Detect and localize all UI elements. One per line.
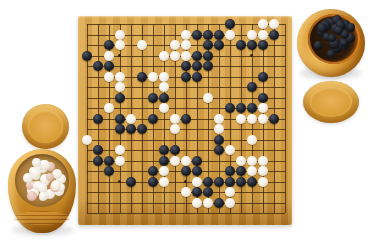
black-stone	[159, 145, 169, 155]
black-stone	[214, 135, 224, 145]
white-stone	[104, 103, 114, 113]
black-stone	[93, 145, 103, 155]
white-stone	[159, 72, 169, 82]
white-stone	[148, 72, 158, 82]
black-stone	[159, 93, 169, 103]
white-stone	[181, 40, 191, 50]
black-stone	[192, 156, 202, 166]
white-stone	[115, 82, 125, 92]
black-bowl-stone	[327, 50, 335, 58]
white-stone	[82, 135, 92, 145]
go-scene	[0, 0, 370, 240]
black-stone	[192, 61, 202, 71]
black-stone	[181, 72, 191, 82]
black-stone	[126, 177, 136, 187]
black-stone	[192, 187, 202, 197]
black-bowl-opening	[308, 14, 360, 64]
white-stone	[137, 40, 147, 50]
black-stone	[236, 40, 246, 50]
star-point	[184, 180, 187, 183]
white-stone	[225, 198, 235, 208]
black-stone	[137, 72, 147, 82]
white-bowl-stone	[51, 180, 61, 190]
white-stone	[115, 72, 125, 82]
white-stone	[236, 156, 246, 166]
white-stone	[181, 187, 191, 197]
black-stone	[192, 51, 202, 61]
black-stone	[214, 198, 224, 208]
black-stone	[115, 114, 125, 124]
white-stone	[225, 30, 235, 40]
black-stone	[214, 145, 224, 155]
white-stone	[214, 124, 224, 134]
white-stone	[247, 166, 257, 176]
black-bowl-stone	[317, 23, 327, 33]
black-stone	[137, 124, 147, 134]
black-stone	[93, 156, 103, 166]
black-stone	[269, 30, 279, 40]
white-stone	[181, 30, 191, 40]
white-stone	[159, 82, 169, 92]
white-stone	[236, 114, 246, 124]
black-stone	[258, 72, 268, 82]
black-stone	[203, 30, 213, 40]
black-stone	[258, 93, 268, 103]
black-stone	[148, 93, 158, 103]
black-bowl-lid	[303, 81, 359, 123]
black-stone	[203, 187, 213, 197]
black-stone	[247, 177, 257, 187]
black-stone	[148, 177, 158, 187]
white-bowl-stone	[30, 168, 40, 178]
black-stone	[192, 166, 202, 176]
white-bowl-lid	[22, 104, 69, 149]
white-stone	[115, 156, 125, 166]
black-stone	[104, 166, 114, 176]
white-stone	[170, 156, 180, 166]
black-stone	[225, 103, 235, 113]
white-stone	[115, 145, 125, 155]
white-stone	[203, 93, 213, 103]
star-point	[250, 54, 253, 57]
black-stone	[104, 156, 114, 166]
black-stone	[126, 124, 136, 134]
black-stone	[225, 166, 235, 176]
white-stone	[258, 156, 268, 166]
black-stone	[247, 82, 257, 92]
black-bowl-stone	[314, 41, 322, 49]
black-stone	[203, 61, 213, 71]
white-stone	[258, 19, 268, 29]
white-bowl-opening	[15, 154, 69, 207]
black-bowl-stone	[347, 23, 356, 32]
black-bowl-stone	[340, 39, 348, 47]
black-stone	[203, 177, 213, 187]
white-stone	[126, 114, 136, 124]
white-stone	[170, 124, 180, 134]
white-stone	[258, 30, 268, 40]
white-stone	[159, 166, 169, 176]
white-stone-bowl	[8, 149, 76, 233]
white-stone	[247, 114, 257, 124]
black-stone	[214, 40, 224, 50]
black-stone	[148, 114, 158, 124]
black-stone	[236, 103, 246, 113]
white-stone	[115, 30, 125, 40]
white-stone	[269, 19, 279, 29]
white-stone	[258, 177, 268, 187]
black-stone	[203, 51, 213, 61]
black-stone	[148, 166, 158, 176]
black-stone	[214, 177, 224, 187]
star-point	[118, 54, 121, 57]
white-stone	[214, 114, 224, 124]
black-stone	[247, 103, 257, 113]
white-stone	[225, 145, 235, 155]
black-stone	[181, 166, 191, 176]
white-stone	[104, 72, 114, 82]
white-stone	[159, 51, 169, 61]
black-stone	[93, 114, 103, 124]
black-stone	[236, 177, 246, 187]
black-bowl-lid-inner	[310, 87, 353, 117]
white-bowl-grooves	[14, 211, 70, 225]
star-point	[118, 180, 121, 183]
black-stone	[82, 51, 92, 61]
black-stone	[203, 40, 213, 50]
black-stone	[170, 145, 180, 155]
black-stone	[269, 114, 279, 124]
white-stone	[170, 51, 180, 61]
white-stone	[247, 135, 257, 145]
white-stone	[258, 103, 268, 113]
black-stone	[247, 40, 257, 50]
black-stone	[159, 156, 169, 166]
black-stone-bowl	[297, 9, 365, 77]
white-stone	[104, 51, 114, 61]
white-stone	[159, 177, 169, 187]
black-stone	[192, 30, 202, 40]
black-stone	[225, 19, 235, 29]
black-stone	[225, 177, 235, 187]
black-stone	[115, 124, 125, 134]
black-stone	[181, 61, 191, 71]
black-stone	[181, 114, 191, 124]
white-stone	[192, 198, 202, 208]
white-stone	[225, 187, 235, 197]
white-stone	[115, 40, 125, 50]
white-stone	[258, 114, 268, 124]
black-stone	[214, 30, 224, 40]
white-stone	[247, 156, 257, 166]
black-stone	[192, 72, 202, 82]
white-stone	[159, 103, 169, 113]
white-stone	[203, 198, 213, 208]
black-stone	[104, 40, 114, 50]
white-stone	[170, 40, 180, 50]
black-stone	[93, 61, 103, 71]
white-stone	[258, 166, 268, 176]
white-stone	[192, 177, 202, 187]
white-stone	[247, 30, 257, 40]
white-bowl-lid-inner	[28, 110, 64, 142]
white-bowl-stone	[27, 191, 37, 201]
black-stone	[104, 61, 114, 71]
black-stone	[115, 93, 125, 103]
white-stone	[181, 156, 191, 166]
black-stone	[258, 40, 268, 50]
black-stone	[236, 166, 246, 176]
go-board[interactable]	[78, 16, 292, 225]
white-stone	[170, 114, 180, 124]
white-stone	[181, 51, 191, 61]
